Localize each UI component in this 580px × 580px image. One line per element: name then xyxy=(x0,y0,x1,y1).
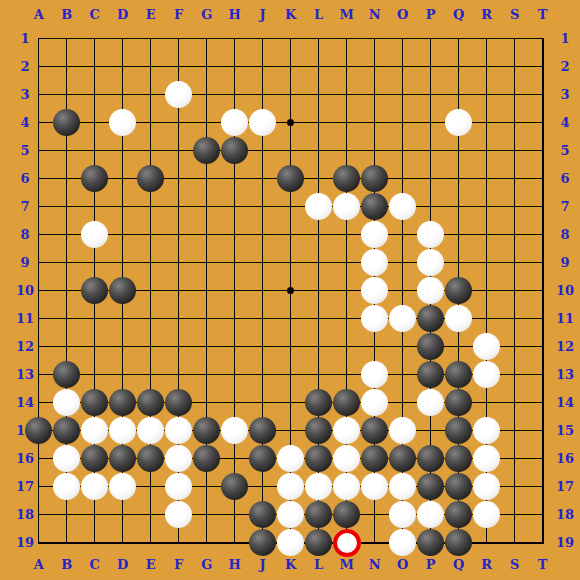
board-cell[interactable] xyxy=(249,53,277,81)
board-cell[interactable] xyxy=(25,249,53,277)
board-cell[interactable] xyxy=(81,277,109,305)
board-cell[interactable] xyxy=(333,473,361,501)
board-cell[interactable] xyxy=(25,221,53,249)
board-cell[interactable] xyxy=(473,417,501,445)
board-cell[interactable] xyxy=(389,165,417,193)
board-cell[interactable] xyxy=(501,193,529,221)
board-cell[interactable] xyxy=(137,529,165,557)
board-cell[interactable] xyxy=(137,277,165,305)
board-cell[interactable] xyxy=(473,165,501,193)
board-cell[interactable] xyxy=(81,445,109,473)
board-cell[interactable] xyxy=(81,221,109,249)
board-cell[interactable] xyxy=(473,25,501,53)
board-cell[interactable] xyxy=(473,221,501,249)
board-cell[interactable] xyxy=(305,529,333,557)
board-cell[interactable] xyxy=(501,221,529,249)
board-cell[interactable] xyxy=(165,137,193,165)
board-cell[interactable] xyxy=(361,193,389,221)
board-cell[interactable] xyxy=(277,193,305,221)
board-cell[interactable] xyxy=(473,501,501,529)
board-cell[interactable] xyxy=(109,81,137,109)
board-cell[interactable] xyxy=(249,81,277,109)
board-cell[interactable] xyxy=(361,165,389,193)
board-cell[interactable] xyxy=(81,333,109,361)
board-cell[interactable] xyxy=(249,137,277,165)
board-cell[interactable] xyxy=(333,529,361,557)
board-cell[interactable] xyxy=(81,473,109,501)
board-cell[interactable] xyxy=(53,529,81,557)
board-cell[interactable] xyxy=(305,305,333,333)
board-cell[interactable] xyxy=(361,445,389,473)
board-cell[interactable] xyxy=(137,501,165,529)
board-cell[interactable] xyxy=(529,305,557,333)
board-cell[interactable] xyxy=(25,25,53,53)
board-cell[interactable] xyxy=(389,529,417,557)
board-cell[interactable] xyxy=(25,333,53,361)
board-cell[interactable] xyxy=(445,109,473,137)
board-cell[interactable] xyxy=(165,25,193,53)
board-cell[interactable] xyxy=(389,473,417,501)
board-cell[interactable] xyxy=(53,445,81,473)
board-cell[interactable] xyxy=(277,109,305,137)
board-cell[interactable] xyxy=(221,193,249,221)
board-cell[interactable] xyxy=(53,221,81,249)
board-cell[interactable] xyxy=(445,277,473,305)
board-cell[interactable] xyxy=(333,445,361,473)
board-cell[interactable] xyxy=(53,165,81,193)
board-cell[interactable] xyxy=(25,137,53,165)
board-cell[interactable] xyxy=(473,305,501,333)
board-cell[interactable] xyxy=(109,221,137,249)
board-cell[interactable] xyxy=(333,249,361,277)
board-cell[interactable] xyxy=(193,305,221,333)
board-cell[interactable] xyxy=(417,361,445,389)
board-cell[interactable] xyxy=(389,193,417,221)
board-cell[interactable] xyxy=(417,165,445,193)
board-cell[interactable] xyxy=(389,445,417,473)
board-cell[interactable] xyxy=(221,109,249,137)
board-cell[interactable] xyxy=(361,389,389,417)
board-cell[interactable] xyxy=(305,417,333,445)
board-cell[interactable] xyxy=(25,81,53,109)
board-cell[interactable] xyxy=(417,445,445,473)
board-cell[interactable] xyxy=(221,165,249,193)
board-cell[interactable] xyxy=(81,305,109,333)
board-cell[interactable] xyxy=(193,165,221,193)
board-cell[interactable] xyxy=(501,137,529,165)
board-cell[interactable] xyxy=(137,53,165,81)
board-cell[interactable] xyxy=(81,193,109,221)
board-cell[interactable] xyxy=(417,277,445,305)
board-cell[interactable] xyxy=(81,417,109,445)
board-cell[interactable] xyxy=(333,165,361,193)
board-cell[interactable] xyxy=(361,81,389,109)
board-cell[interactable] xyxy=(305,193,333,221)
board-cell[interactable] xyxy=(389,501,417,529)
board-cell[interactable] xyxy=(305,25,333,53)
board-cell[interactable] xyxy=(165,277,193,305)
board-cell[interactable] xyxy=(53,81,81,109)
board-cell[interactable] xyxy=(25,193,53,221)
board-cell[interactable] xyxy=(53,249,81,277)
board-cell[interactable] xyxy=(165,361,193,389)
board-cell[interactable] xyxy=(417,25,445,53)
board-cell[interactable] xyxy=(165,193,193,221)
board-cell[interactable] xyxy=(249,25,277,53)
board-cell[interactable] xyxy=(389,137,417,165)
board-cell[interactable] xyxy=(361,249,389,277)
board-cell[interactable] xyxy=(137,193,165,221)
board-cell[interactable] xyxy=(137,389,165,417)
board-cell[interactable] xyxy=(445,445,473,473)
board-cell[interactable] xyxy=(417,473,445,501)
board-cell[interactable] xyxy=(305,361,333,389)
board-cell[interactable] xyxy=(53,305,81,333)
board-cell[interactable] xyxy=(109,501,137,529)
board-cell[interactable] xyxy=(221,25,249,53)
board-cell[interactable] xyxy=(389,221,417,249)
board-cell[interactable] xyxy=(389,81,417,109)
board-cell[interactable] xyxy=(361,277,389,305)
board-cell[interactable] xyxy=(389,53,417,81)
board-cell[interactable] xyxy=(473,473,501,501)
board-cell[interactable] xyxy=(361,109,389,137)
board-cell[interactable] xyxy=(249,277,277,305)
board-cell[interactable] xyxy=(501,473,529,501)
board-cell[interactable] xyxy=(445,529,473,557)
board-cell[interactable] xyxy=(333,417,361,445)
board-cell[interactable] xyxy=(305,473,333,501)
board-cell[interactable] xyxy=(249,109,277,137)
board-cell[interactable] xyxy=(445,137,473,165)
board-cell[interactable] xyxy=(445,165,473,193)
board-cell[interactable] xyxy=(137,221,165,249)
board-cell[interactable] xyxy=(81,165,109,193)
board-cell[interactable] xyxy=(193,277,221,305)
board-cell[interactable] xyxy=(333,193,361,221)
board-cell[interactable] xyxy=(109,53,137,81)
board-cell[interactable] xyxy=(165,109,193,137)
board-cell[interactable] xyxy=(109,277,137,305)
board-cell[interactable] xyxy=(277,53,305,81)
board-cell[interactable] xyxy=(193,193,221,221)
board-cell[interactable] xyxy=(501,333,529,361)
board-cell[interactable] xyxy=(473,249,501,277)
board-cell[interactable] xyxy=(361,417,389,445)
board-cell[interactable] xyxy=(417,305,445,333)
board-cell[interactable] xyxy=(501,277,529,305)
board-cell[interactable] xyxy=(221,53,249,81)
board-cell[interactable] xyxy=(277,221,305,249)
board-cell[interactable] xyxy=(361,333,389,361)
board-cell[interactable] xyxy=(529,193,557,221)
board-cell[interactable] xyxy=(389,389,417,417)
board-cell[interactable] xyxy=(473,277,501,305)
board-cell[interactable] xyxy=(529,333,557,361)
board-cell[interactable] xyxy=(193,249,221,277)
board-cell[interactable] xyxy=(361,473,389,501)
board-cell[interactable] xyxy=(305,109,333,137)
board-cell[interactable] xyxy=(417,53,445,81)
board-cell[interactable] xyxy=(165,165,193,193)
board-cell[interactable] xyxy=(445,501,473,529)
board-cell[interactable] xyxy=(529,221,557,249)
board-cell[interactable] xyxy=(249,305,277,333)
board-cell[interactable] xyxy=(445,193,473,221)
board-cell[interactable] xyxy=(445,25,473,53)
board-cell[interactable] xyxy=(165,81,193,109)
board-cell[interactable] xyxy=(473,137,501,165)
board-cell[interactable] xyxy=(473,389,501,417)
board-cell[interactable] xyxy=(165,473,193,501)
board-cell[interactable] xyxy=(333,53,361,81)
board-cell[interactable] xyxy=(165,249,193,277)
board-cell[interactable] xyxy=(473,445,501,473)
board-cell[interactable] xyxy=(137,81,165,109)
board-cell[interactable] xyxy=(361,53,389,81)
board-cell[interactable] xyxy=(529,25,557,53)
board-cell[interactable] xyxy=(193,501,221,529)
board-cell[interactable] xyxy=(165,389,193,417)
board-cell[interactable] xyxy=(53,137,81,165)
board-cell[interactable] xyxy=(389,109,417,137)
board-cell[interactable] xyxy=(25,165,53,193)
board-cell[interactable] xyxy=(25,389,53,417)
board-cell[interactable] xyxy=(221,501,249,529)
board-cell[interactable] xyxy=(137,137,165,165)
board-cell[interactable] xyxy=(193,361,221,389)
board-cell[interactable] xyxy=(529,445,557,473)
board-cell[interactable] xyxy=(473,81,501,109)
board-cell[interactable] xyxy=(109,473,137,501)
board-cell[interactable] xyxy=(417,109,445,137)
board-cell[interactable] xyxy=(417,137,445,165)
board-cell[interactable] xyxy=(417,501,445,529)
board-cell[interactable] xyxy=(249,165,277,193)
board-cell[interactable] xyxy=(53,193,81,221)
board-cell[interactable] xyxy=(165,445,193,473)
board-cell[interactable] xyxy=(249,389,277,417)
board-cell[interactable] xyxy=(277,417,305,445)
board-cell[interactable] xyxy=(277,25,305,53)
board-cell[interactable] xyxy=(109,193,137,221)
board-cell[interactable] xyxy=(81,53,109,81)
board-cell[interactable] xyxy=(305,221,333,249)
board-cell[interactable] xyxy=(473,193,501,221)
board-cell[interactable] xyxy=(249,529,277,557)
board-cell[interactable] xyxy=(445,81,473,109)
board-cell[interactable] xyxy=(529,277,557,305)
board-cell[interactable] xyxy=(501,389,529,417)
board-cell[interactable] xyxy=(53,361,81,389)
board-cell[interactable] xyxy=(473,53,501,81)
board-cell[interactable] xyxy=(389,25,417,53)
board-cell[interactable] xyxy=(25,501,53,529)
board-cell[interactable] xyxy=(305,277,333,305)
board-cell[interactable] xyxy=(53,277,81,305)
board-cell[interactable] xyxy=(529,81,557,109)
board-cell[interactable] xyxy=(529,53,557,81)
board-cell[interactable] xyxy=(417,81,445,109)
board-cell[interactable] xyxy=(445,361,473,389)
board-cell[interactable] xyxy=(137,249,165,277)
board-cell[interactable] xyxy=(137,361,165,389)
board-cell[interactable] xyxy=(81,81,109,109)
board-cell[interactable] xyxy=(137,473,165,501)
board-cell[interactable] xyxy=(109,109,137,137)
board-cell[interactable] xyxy=(333,25,361,53)
board-cell[interactable] xyxy=(277,473,305,501)
board-cell[interactable] xyxy=(25,529,53,557)
board-cell[interactable] xyxy=(305,389,333,417)
board-cell[interactable] xyxy=(445,249,473,277)
board-cell[interactable] xyxy=(529,389,557,417)
board-cell[interactable] xyxy=(501,361,529,389)
board-cell[interactable] xyxy=(277,445,305,473)
board-cell[interactable] xyxy=(333,361,361,389)
board-cell[interactable] xyxy=(389,361,417,389)
board-cell[interactable] xyxy=(249,221,277,249)
board-cell[interactable] xyxy=(165,529,193,557)
board-cell[interactable] xyxy=(305,137,333,165)
board-cell[interactable] xyxy=(193,221,221,249)
board-cell[interactable] xyxy=(305,501,333,529)
board-cell[interactable] xyxy=(221,389,249,417)
board-cell[interactable] xyxy=(389,249,417,277)
board-cell[interactable] xyxy=(25,277,53,305)
board-cell[interactable] xyxy=(277,249,305,277)
board-cell[interactable] xyxy=(473,529,501,557)
board-cell[interactable] xyxy=(137,417,165,445)
board-cell[interactable] xyxy=(109,25,137,53)
board-cell[interactable] xyxy=(109,165,137,193)
board-cell[interactable] xyxy=(389,305,417,333)
board-cell[interactable] xyxy=(249,361,277,389)
board-cell[interactable] xyxy=(53,501,81,529)
board-cell[interactable] xyxy=(501,305,529,333)
board-cell[interactable] xyxy=(53,473,81,501)
board-cell[interactable] xyxy=(305,445,333,473)
board-cell[interactable] xyxy=(389,333,417,361)
board-cell[interactable] xyxy=(529,165,557,193)
board-cell[interactable] xyxy=(109,305,137,333)
board-cell[interactable] xyxy=(249,473,277,501)
board-cell[interactable] xyxy=(25,417,53,445)
board-cell[interactable] xyxy=(109,417,137,445)
board-cell[interactable] xyxy=(277,81,305,109)
board-cell[interactable] xyxy=(25,109,53,137)
board-cell[interactable] xyxy=(165,221,193,249)
board-cell[interactable] xyxy=(529,417,557,445)
board-cell[interactable] xyxy=(165,417,193,445)
board-cell[interactable] xyxy=(109,137,137,165)
board-cell[interactable] xyxy=(81,109,109,137)
board-cell[interactable] xyxy=(529,109,557,137)
board-cell[interactable] xyxy=(221,221,249,249)
board-cell[interactable] xyxy=(221,529,249,557)
board-cell[interactable] xyxy=(249,417,277,445)
board-cell[interactable] xyxy=(501,109,529,137)
board-cell[interactable] xyxy=(529,361,557,389)
board-cell[interactable] xyxy=(249,445,277,473)
board-cell[interactable] xyxy=(333,305,361,333)
board-cell[interactable] xyxy=(333,137,361,165)
board-cell[interactable] xyxy=(137,305,165,333)
board-cell[interactable] xyxy=(277,305,305,333)
board-cell[interactable] xyxy=(417,249,445,277)
board-cell[interactable] xyxy=(361,501,389,529)
board-cell[interactable] xyxy=(165,333,193,361)
board-cell[interactable] xyxy=(277,389,305,417)
board-cell[interactable] xyxy=(277,361,305,389)
board-cell[interactable] xyxy=(249,249,277,277)
board-cell[interactable] xyxy=(193,473,221,501)
board-cell[interactable] xyxy=(193,81,221,109)
board-cell[interactable] xyxy=(25,53,53,81)
board-cell[interactable] xyxy=(137,165,165,193)
board-cell[interactable] xyxy=(81,529,109,557)
board-cell[interactable] xyxy=(473,361,501,389)
board-cell[interactable] xyxy=(445,333,473,361)
board-cell[interactable] xyxy=(249,333,277,361)
board-cell[interactable] xyxy=(473,109,501,137)
board-cell[interactable] xyxy=(25,305,53,333)
board-cell[interactable] xyxy=(193,137,221,165)
board-cell[interactable] xyxy=(361,221,389,249)
board-cell[interactable] xyxy=(193,53,221,81)
board-cell[interactable] xyxy=(53,109,81,137)
board-cell[interactable] xyxy=(221,333,249,361)
board-cell[interactable] xyxy=(333,389,361,417)
board-cell[interactable] xyxy=(193,529,221,557)
board-cell[interactable] xyxy=(249,501,277,529)
board-cell[interactable] xyxy=(305,165,333,193)
board-cell[interactable] xyxy=(221,305,249,333)
board-cell[interactable] xyxy=(333,501,361,529)
board-cell[interactable] xyxy=(501,417,529,445)
board-cell[interactable] xyxy=(305,333,333,361)
board-cell[interactable] xyxy=(361,137,389,165)
board-cell[interactable] xyxy=(81,137,109,165)
board-cell[interactable] xyxy=(193,389,221,417)
board-cell[interactable] xyxy=(333,333,361,361)
board-cell[interactable] xyxy=(193,417,221,445)
board-cell[interactable] xyxy=(333,221,361,249)
board-cell[interactable] xyxy=(221,137,249,165)
board-cell[interactable] xyxy=(445,417,473,445)
board-cell[interactable] xyxy=(193,25,221,53)
board-cell[interactable] xyxy=(81,249,109,277)
board-cell[interactable] xyxy=(305,249,333,277)
board-cell[interactable] xyxy=(221,473,249,501)
board-cell[interactable] xyxy=(389,417,417,445)
board-cell[interactable] xyxy=(445,389,473,417)
board-cell[interactable] xyxy=(277,501,305,529)
board-cell[interactable] xyxy=(529,529,557,557)
board-cell[interactable] xyxy=(193,109,221,137)
board-cell[interactable] xyxy=(137,25,165,53)
board-cell[interactable] xyxy=(165,305,193,333)
board-cell[interactable] xyxy=(53,389,81,417)
board-cell[interactable] xyxy=(529,501,557,529)
board-cell[interactable] xyxy=(249,193,277,221)
board-cell[interactable] xyxy=(277,277,305,305)
board-cell[interactable] xyxy=(193,445,221,473)
board-cell[interactable] xyxy=(417,193,445,221)
board-cell[interactable] xyxy=(305,81,333,109)
board-cell[interactable] xyxy=(109,361,137,389)
board-cell[interactable] xyxy=(417,529,445,557)
